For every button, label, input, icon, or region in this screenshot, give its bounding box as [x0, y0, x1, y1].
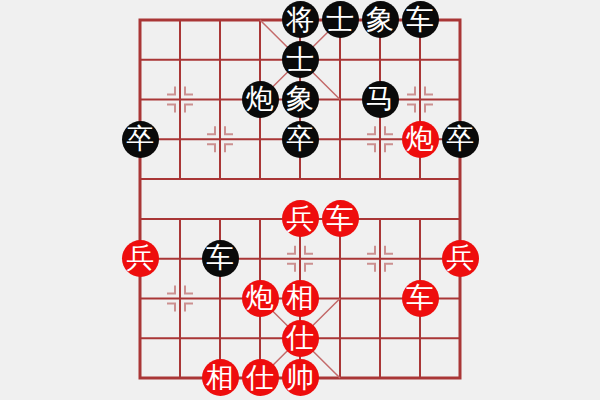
piece-red-general[interactable]: 帅 [282, 359, 319, 396]
piece-red-advisor[interactable]: 仕 [242, 359, 279, 396]
piece-black-chariot[interactable]: 车 [402, 1, 439, 38]
piece-black-advisor[interactable]: 士 [322, 1, 359, 38]
piece-black-soldier[interactable]: 卒 [282, 121, 319, 158]
piece-black-chariot[interactable]: 车 [202, 240, 239, 277]
xiangqi-app: 将士象车士炮象马卒卒炮卒兵车兵车兵炮相车仕相仕帅 [0, 0, 600, 400]
piece-red-elephant[interactable]: 相 [202, 359, 239, 396]
piece-black-soldier[interactable]: 卒 [122, 121, 159, 158]
piece-red-chariot[interactable]: 车 [322, 200, 359, 237]
piece-black-cannon[interactable]: 炮 [242, 81, 279, 118]
piece-red-chariot[interactable]: 车 [402, 280, 439, 317]
piece-black-elephant[interactable]: 象 [362, 1, 399, 38]
piece-black-soldier[interactable]: 卒 [442, 121, 479, 158]
piece-red-advisor[interactable]: 仕 [282, 320, 319, 357]
xiangqi-board[interactable]: 将士象车士炮象马卒卒炮卒兵车兵车兵炮相车仕相仕帅 [120, 0, 480, 398]
piece-black-horse[interactable]: 马 [362, 81, 399, 118]
piece-black-general[interactable]: 将 [282, 1, 319, 38]
piece-red-elephant[interactable]: 相 [282, 280, 319, 317]
piece-red-soldier[interactable]: 兵 [122, 240, 159, 277]
piece-red-cannon[interactable]: 炮 [242, 280, 279, 317]
piece-black-advisor[interactable]: 士 [282, 41, 319, 78]
piece-red-soldier[interactable]: 兵 [442, 240, 479, 277]
piece-black-elephant[interactable]: 象 [282, 81, 319, 118]
piece-red-soldier[interactable]: 兵 [282, 200, 319, 237]
piece-red-cannon[interactable]: 炮 [402, 121, 439, 158]
